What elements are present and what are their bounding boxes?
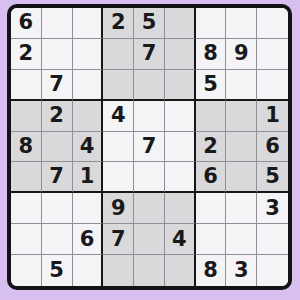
cell-r8c4[interactable]: 7 xyxy=(103,224,134,255)
cell-r5c2[interactable] xyxy=(42,132,73,163)
cell-r1c8[interactable] xyxy=(226,8,257,39)
cell-r5c5[interactable]: 7 xyxy=(134,132,165,163)
cell-r6c9[interactable]: 5 xyxy=(257,162,288,193)
cell-r4c9[interactable]: 1 xyxy=(257,101,288,132)
cell-r7c6[interactable] xyxy=(165,193,196,224)
cell-r2c9[interactable] xyxy=(257,39,288,70)
cell-r3c1[interactable] xyxy=(11,70,42,101)
cell-r1c4[interactable]: 2 xyxy=(103,8,134,39)
cell-r9c8[interactable]: 3 xyxy=(226,255,257,286)
cell-r4c2[interactable]: 2 xyxy=(42,101,73,132)
cell-r3c4[interactable] xyxy=(103,70,134,101)
cell-r3c9[interactable] xyxy=(257,70,288,101)
cell-r9c1[interactable] xyxy=(11,255,42,286)
cell-r8c6[interactable]: 4 xyxy=(165,224,196,255)
cell-r6c5[interactable] xyxy=(134,162,165,193)
cell-r4c8[interactable] xyxy=(226,101,257,132)
cell-r1c7[interactable] xyxy=(196,8,227,39)
cell-r2c7[interactable]: 8 xyxy=(196,39,227,70)
cell-r5c7[interactable]: 2 xyxy=(196,132,227,163)
cell-r4c6[interactable] xyxy=(165,101,196,132)
cell-r9c6[interactable] xyxy=(165,255,196,286)
cell-r8c5[interactable] xyxy=(134,224,165,255)
cell-r1c3[interactable] xyxy=(73,8,104,39)
cell-r7c2[interactable] xyxy=(42,193,73,224)
cell-r9c2[interactable]: 5 xyxy=(42,255,73,286)
cell-r8c3[interactable]: 6 xyxy=(73,224,104,255)
cell-r8c1[interactable] xyxy=(11,224,42,255)
cell-r4c5[interactable] xyxy=(134,101,165,132)
cell-r5c4[interactable] xyxy=(103,132,134,163)
cell-r2c4[interactable] xyxy=(103,39,134,70)
cell-r4c7[interactable] xyxy=(196,101,227,132)
cell-r2c3[interactable] xyxy=(73,39,104,70)
cell-r8c9[interactable] xyxy=(257,224,288,255)
cell-r6c2[interactable]: 7 xyxy=(42,162,73,193)
cell-r7c8[interactable] xyxy=(226,193,257,224)
sudoku-board: 62527897524184726716593674583 xyxy=(7,4,292,290)
cell-r3c3[interactable] xyxy=(73,70,104,101)
cell-r7c7[interactable] xyxy=(196,193,227,224)
cell-r6c6[interactable] xyxy=(165,162,196,193)
cell-r5c3[interactable]: 4 xyxy=(73,132,104,163)
cell-r5c6[interactable] xyxy=(165,132,196,163)
cell-r2c1[interactable]: 2 xyxy=(11,39,42,70)
cell-r6c3[interactable]: 1 xyxy=(73,162,104,193)
cell-r1c5[interactable]: 5 xyxy=(134,8,165,39)
cell-r5c8[interactable] xyxy=(226,132,257,163)
cell-r1c2[interactable] xyxy=(42,8,73,39)
cell-r4c1[interactable] xyxy=(11,101,42,132)
cell-r8c7[interactable] xyxy=(196,224,227,255)
cell-r6c7[interactable]: 6 xyxy=(196,162,227,193)
cell-r9c9[interactable] xyxy=(257,255,288,286)
cell-r2c5[interactable]: 7 xyxy=(134,39,165,70)
cell-r3c6[interactable] xyxy=(165,70,196,101)
cell-r2c8[interactable]: 9 xyxy=(226,39,257,70)
cell-r2c2[interactable] xyxy=(42,39,73,70)
cell-r1c9[interactable] xyxy=(257,8,288,39)
cell-r6c8[interactable] xyxy=(226,162,257,193)
cell-r7c3[interactable] xyxy=(73,193,104,224)
cell-r2c6[interactable] xyxy=(165,39,196,70)
cell-r6c1[interactable] xyxy=(11,162,42,193)
cell-r3c5[interactable] xyxy=(134,70,165,101)
cell-r7c1[interactable] xyxy=(11,193,42,224)
cell-r3c7[interactable]: 5 xyxy=(196,70,227,101)
cell-r7c5[interactable] xyxy=(134,193,165,224)
cell-r7c4[interactable]: 9 xyxy=(103,193,134,224)
cell-r3c2[interactable]: 7 xyxy=(42,70,73,101)
cell-r5c1[interactable]: 8 xyxy=(11,132,42,163)
cell-r8c2[interactable] xyxy=(42,224,73,255)
cell-r6c4[interactable] xyxy=(103,162,134,193)
cell-r8c8[interactable] xyxy=(226,224,257,255)
cell-r9c4[interactable] xyxy=(103,255,134,286)
cell-r1c6[interactable] xyxy=(165,8,196,39)
cell-r5c9[interactable]: 6 xyxy=(257,132,288,163)
cell-r9c5[interactable] xyxy=(134,255,165,286)
cell-r1c1[interactable]: 6 xyxy=(11,8,42,39)
cell-r4c4[interactable]: 4 xyxy=(103,101,134,132)
cell-r9c7[interactable]: 8 xyxy=(196,255,227,286)
cell-r9c3[interactable] xyxy=(73,255,104,286)
cell-r3c8[interactable] xyxy=(226,70,257,101)
cell-r4c3[interactable] xyxy=(73,101,104,132)
cell-r7c9[interactable]: 3 xyxy=(257,193,288,224)
